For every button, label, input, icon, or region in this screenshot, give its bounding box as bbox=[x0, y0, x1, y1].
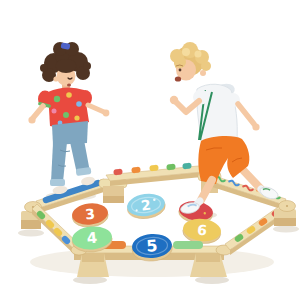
boy-left-hand bbox=[252, 123, 259, 130]
girl-left-arm bbox=[33, 106, 43, 118]
girl-right-arm bbox=[88, 105, 104, 112]
boy-right-fist bbox=[170, 96, 178, 104]
girl-ear bbox=[53, 76, 58, 81]
product-photo: 2 3 6 bbox=[0, 0, 300, 300]
girl-right-hand bbox=[103, 110, 110, 117]
stone-3: 3 bbox=[71, 202, 109, 229]
boy-right-arm bbox=[176, 101, 199, 112]
stone-2: 2 bbox=[126, 191, 167, 221]
stone-4-label: 4 bbox=[86, 229, 98, 248]
girl-left-hand bbox=[28, 116, 35, 123]
girl bbox=[28, 42, 109, 195]
grip-strip-green bbox=[173, 241, 203, 249]
girl-mouth bbox=[67, 84, 71, 87]
girl-fringe bbox=[56, 59, 77, 73]
stone-3-label: 3 bbox=[84, 206, 95, 223]
top-rail bbox=[106, 163, 212, 186]
boy-eye bbox=[179, 69, 182, 72]
boy-left-arm bbox=[238, 104, 254, 124]
girl-jeans bbox=[50, 121, 91, 186]
boy-shorts bbox=[198, 136, 249, 184]
stone-5-label: 5 bbox=[146, 236, 158, 256]
stone-6-label: 6 bbox=[196, 222, 207, 239]
boy-mouth bbox=[175, 76, 181, 81]
balance-course-scene: 2 3 6 bbox=[0, 0, 300, 300]
